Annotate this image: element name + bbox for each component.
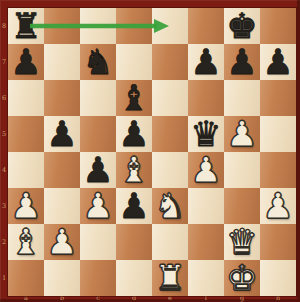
square-b3[interactable]: [44, 188, 80, 224]
piece-white-pawn[interactable]: ♟: [46, 224, 77, 260]
square-a6[interactable]: [8, 80, 44, 116]
square-d8[interactable]: [116, 8, 152, 44]
piece-white-pawn[interactable]: ♟: [190, 152, 221, 188]
piece-white-pawn[interactable]: ♟: [82, 188, 113, 224]
square-a7[interactable]: ♟: [8, 44, 44, 80]
piece-black-knight[interactable]: ♞: [82, 44, 113, 80]
piece-white-knight[interactable]: ♞: [154, 188, 185, 224]
square-c8[interactable]: [80, 8, 116, 44]
square-f8[interactable]: [188, 8, 224, 44]
square-c6[interactable]: [80, 80, 116, 116]
piece-white-queen[interactable]: ♛: [226, 224, 257, 260]
square-d2[interactable]: [116, 224, 152, 260]
rank-labels: 87654321: [0, 8, 8, 296]
square-f1[interactable]: [188, 260, 224, 296]
square-b4[interactable]: [44, 152, 80, 188]
square-d6[interactable]: ♝: [116, 80, 152, 116]
piece-black-pawn[interactable]: ♟: [262, 44, 293, 80]
piece-white-pawn[interactable]: ♟: [262, 188, 293, 224]
chess-board-frame: 87654321 abcdefgh ♜♚♟♞♟♟♟♝♟♟♛♟♟♝♟♟♟♟♞♟♝♟…: [0, 0, 300, 302]
square-e6[interactable]: [152, 80, 188, 116]
piece-black-pawn[interactable]: ♟: [226, 44, 257, 80]
piece-black-pawn[interactable]: ♟: [82, 152, 113, 188]
piece-white-pawn[interactable]: ♟: [226, 116, 257, 152]
square-a8[interactable]: ♜: [8, 8, 44, 44]
square-d7[interactable]: [116, 44, 152, 80]
square-g7[interactable]: ♟: [224, 44, 260, 80]
square-b2[interactable]: ♟: [44, 224, 80, 260]
piece-black-pawn[interactable]: ♟: [46, 116, 77, 152]
square-c5[interactable]: [80, 116, 116, 152]
rank-label-5: 5: [0, 116, 8, 152]
square-a4[interactable]: [8, 152, 44, 188]
square-d3[interactable]: ♟: [116, 188, 152, 224]
square-g5[interactable]: ♟: [224, 116, 260, 152]
square-c2[interactable]: [80, 224, 116, 260]
square-e8[interactable]: [152, 8, 188, 44]
rank-label-6: 6: [0, 80, 8, 116]
square-h2[interactable]: [260, 224, 296, 260]
square-f2[interactable]: [188, 224, 224, 260]
square-h6[interactable]: [260, 80, 296, 116]
rank-label-4: 4: [0, 152, 8, 188]
piece-black-pawn[interactable]: ♟: [10, 44, 41, 80]
square-h7[interactable]: ♟: [260, 44, 296, 80]
square-f6[interactable]: [188, 80, 224, 116]
square-c1[interactable]: [80, 260, 116, 296]
piece-white-pawn[interactable]: ♟: [10, 188, 41, 224]
square-h8[interactable]: [260, 8, 296, 44]
rank-label-1: 1: [0, 260, 8, 296]
square-d4[interactable]: ♝: [116, 152, 152, 188]
square-e4[interactable]: [152, 152, 188, 188]
rank-label-8: 8: [0, 8, 8, 44]
square-g8[interactable]: ♚: [224, 8, 260, 44]
square-g2[interactable]: ♛: [224, 224, 260, 260]
piece-black-pawn[interactable]: ♟: [118, 116, 149, 152]
piece-black-rook[interactable]: ♜: [10, 8, 41, 44]
square-a3[interactable]: ♟: [8, 188, 44, 224]
square-c3[interactable]: ♟: [80, 188, 116, 224]
square-a2[interactable]: ♝: [8, 224, 44, 260]
square-f7[interactable]: ♟: [188, 44, 224, 80]
piece-black-king[interactable]: ♚: [226, 8, 257, 44]
square-c7[interactable]: ♞: [80, 44, 116, 80]
square-e5[interactable]: [152, 116, 188, 152]
square-f4[interactable]: ♟: [188, 152, 224, 188]
square-d5[interactable]: ♟: [116, 116, 152, 152]
square-g4[interactable]: [224, 152, 260, 188]
square-b7[interactable]: [44, 44, 80, 80]
square-e2[interactable]: [152, 224, 188, 260]
square-e7[interactable]: [152, 44, 188, 80]
square-d1[interactable]: [116, 260, 152, 296]
square-a5[interactable]: [8, 116, 44, 152]
square-f5[interactable]: ♛: [188, 116, 224, 152]
square-g1[interactable]: ♚: [224, 260, 260, 296]
piece-black-pawn[interactable]: ♟: [118, 188, 149, 224]
rank-label-2: 2: [0, 224, 8, 260]
rank-label-3: 3: [0, 188, 8, 224]
piece-black-bishop[interactable]: ♝: [118, 80, 149, 116]
piece-black-pawn[interactable]: ♟: [190, 44, 221, 80]
square-b1[interactable]: [44, 260, 80, 296]
square-h5[interactable]: [260, 116, 296, 152]
chess-board: ♜♚♟♞♟♟♟♝♟♟♛♟♟♝♟♟♟♟♞♟♝♟♛♜♚: [8, 8, 296, 296]
square-g6[interactable]: [224, 80, 260, 116]
square-g3[interactable]: [224, 188, 260, 224]
square-b5[interactable]: ♟: [44, 116, 80, 152]
square-h3[interactable]: ♟: [260, 188, 296, 224]
piece-white-rook[interactable]: ♜: [154, 260, 185, 296]
square-e3[interactable]: ♞: [152, 188, 188, 224]
square-h1[interactable]: [260, 260, 296, 296]
square-b8[interactable]: [44, 8, 80, 44]
square-e1[interactable]: ♜: [152, 260, 188, 296]
piece-white-king[interactable]: ♚: [226, 260, 257, 296]
piece-white-bishop[interactable]: ♝: [118, 152, 149, 188]
piece-white-bishop[interactable]: ♝: [10, 224, 41, 260]
square-c4[interactable]: ♟: [80, 152, 116, 188]
piece-black-queen[interactable]: ♛: [190, 116, 221, 152]
square-b6[interactable]: [44, 80, 80, 116]
square-f3[interactable]: [188, 188, 224, 224]
rank-label-7: 7: [0, 44, 8, 80]
square-a1[interactable]: [8, 260, 44, 296]
square-h4[interactable]: [260, 152, 296, 188]
